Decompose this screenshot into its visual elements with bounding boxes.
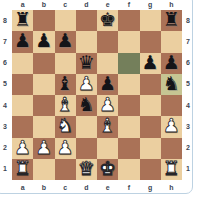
black-pawn[interactable]: ♟ xyxy=(35,31,52,50)
white-pawn[interactable]: ♟ xyxy=(78,74,95,93)
square-h1[interactable]: ♜ xyxy=(161,159,182,180)
file-label-top-e: e xyxy=(106,1,110,9)
black-rook[interactable]: ♜ xyxy=(14,10,31,29)
square-f7[interactable] xyxy=(118,31,139,52)
square-h6[interactable]: ♟ xyxy=(161,53,182,74)
rank-label-left-4: 4 xyxy=(3,102,7,110)
file-label-bottom-a: a xyxy=(21,184,25,192)
square-d7[interactable] xyxy=(76,31,97,52)
file-label-top-a: a xyxy=(21,1,25,9)
white-pawn[interactable]: ♟ xyxy=(99,95,116,114)
file-label-bottom-h: h xyxy=(169,184,173,192)
square-b3[interactable] xyxy=(33,116,54,137)
square-c1[interactable] xyxy=(55,159,76,180)
square-g8[interactable] xyxy=(140,10,161,31)
chess-widget: ♜♚♜♟♟♟♛♟♟♝♟♟♞♝♞♟♞♝♟♟♟♟♜♛♚♜ aabbccddeeffg… xyxy=(0,0,200,199)
white-pawn[interactable]: ♟ xyxy=(57,138,74,157)
square-e1[interactable]: ♚ xyxy=(97,159,118,180)
square-g3[interactable] xyxy=(140,116,161,137)
file-label-top-b: b xyxy=(42,1,46,9)
black-queen[interactable]: ♛ xyxy=(78,53,95,72)
square-e2[interactable] xyxy=(97,138,118,159)
square-g4[interactable] xyxy=(140,95,161,116)
file-label-top-g: g xyxy=(148,1,152,9)
square-d2[interactable] xyxy=(76,138,97,159)
square-b6[interactable] xyxy=(33,53,54,74)
rank-label-right-3: 3 xyxy=(186,123,190,131)
square-c8[interactable] xyxy=(55,10,76,31)
file-label-top-c: c xyxy=(63,1,67,9)
black-pawn[interactable]: ♟ xyxy=(57,31,74,50)
square-b2[interactable]: ♟ xyxy=(33,138,54,159)
rank-label-right-5: 5 xyxy=(186,80,190,88)
square-b8[interactable] xyxy=(33,10,54,31)
square-c4[interactable]: ♝ xyxy=(55,95,76,116)
white-bishop[interactable]: ♝ xyxy=(57,95,74,114)
square-h5[interactable]: ♞ xyxy=(161,74,182,95)
black-rook[interactable]: ♜ xyxy=(163,10,180,29)
square-f3[interactable] xyxy=(118,116,139,137)
white-bishop[interactable]: ♝ xyxy=(99,116,116,135)
white-pawn[interactable]: ♟ xyxy=(35,138,52,157)
square-h2[interactable] xyxy=(161,138,182,159)
white-rook[interactable]: ♜ xyxy=(163,159,180,178)
file-label-top-d: d xyxy=(84,1,88,9)
rank-label-right-1: 1 xyxy=(186,165,190,173)
rank-label-left-1: 1 xyxy=(3,165,7,173)
square-f1[interactable] xyxy=(118,159,139,180)
square-d8[interactable] xyxy=(76,10,97,31)
square-b5[interactable] xyxy=(33,74,54,95)
rank-label-left-7: 7 xyxy=(3,38,7,46)
file-label-bottom-e: e xyxy=(106,184,110,192)
square-h7[interactable] xyxy=(161,31,182,52)
rank-label-left-3: 3 xyxy=(3,123,7,131)
white-rook[interactable]: ♜ xyxy=(14,159,31,178)
file-label-top-f: f xyxy=(128,1,130,9)
black-knight[interactable]: ♞ xyxy=(78,95,95,114)
square-e3[interactable]: ♝ xyxy=(97,116,118,137)
square-a2[interactable]: ♟ xyxy=(12,138,33,159)
rank-label-left-8: 8 xyxy=(3,17,7,25)
rank-label-left-2: 2 xyxy=(3,144,7,152)
rank-label-right-4: 4 xyxy=(186,102,190,110)
black-bishop[interactable]: ♝ xyxy=(57,74,74,93)
square-g1[interactable] xyxy=(140,159,161,180)
black-pawn[interactable]: ♟ xyxy=(99,74,116,93)
white-queen[interactable]: ♛ xyxy=(78,159,95,178)
black-pawn[interactable]: ♟ xyxy=(14,31,31,50)
square-b4[interactable] xyxy=(33,95,54,116)
file-label-bottom-g: g xyxy=(148,184,152,192)
square-g5[interactable] xyxy=(140,74,161,95)
black-king[interactable]: ♚ xyxy=(99,10,116,29)
square-d6[interactable]: ♛ xyxy=(76,53,97,74)
square-f6[interactable] xyxy=(118,53,139,74)
square-g2[interactable] xyxy=(140,138,161,159)
square-h3[interactable]: ♟ xyxy=(161,116,182,137)
square-a1[interactable]: ♜ xyxy=(12,159,33,180)
square-f5[interactable] xyxy=(118,74,139,95)
square-d4[interactable]: ♞ xyxy=(76,95,97,116)
square-h8[interactable]: ♜ xyxy=(161,10,182,31)
square-g6[interactable]: ♟ xyxy=(140,53,161,74)
square-e6[interactable] xyxy=(97,53,118,74)
square-a5[interactable] xyxy=(12,74,33,95)
white-pawn[interactable]: ♟ xyxy=(163,116,180,135)
square-f8[interactable] xyxy=(118,10,139,31)
square-d3[interactable] xyxy=(76,116,97,137)
rank-label-right-7: 7 xyxy=(186,38,190,46)
square-a6[interactable] xyxy=(12,53,33,74)
square-e5[interactable]: ♟ xyxy=(97,74,118,95)
square-d1[interactable]: ♛ xyxy=(76,159,97,180)
black-knight[interactable]: ♞ xyxy=(163,74,180,93)
white-king[interactable]: ♚ xyxy=(99,159,116,178)
square-b7[interactable]: ♟ xyxy=(33,31,54,52)
square-e8[interactable]: ♚ xyxy=(97,10,118,31)
square-a4[interactable] xyxy=(12,95,33,116)
black-pawn[interactable]: ♟ xyxy=(142,53,159,72)
square-a3[interactable] xyxy=(12,116,33,137)
square-c7[interactable]: ♟ xyxy=(55,31,76,52)
square-f2[interactable] xyxy=(118,138,139,159)
rank-label-right-8: 8 xyxy=(186,17,190,25)
square-c2[interactable]: ♟ xyxy=(55,138,76,159)
file-label-bottom-f: f xyxy=(128,184,130,192)
chess-board: ♜♚♜♟♟♟♛♟♟♝♟♟♞♝♞♟♞♝♟♟♟♟♜♛♚♜ xyxy=(12,10,182,180)
white-pawn[interactable]: ♟ xyxy=(14,138,31,157)
square-c5[interactable]: ♝ xyxy=(55,74,76,95)
square-h4[interactable] xyxy=(161,95,182,116)
square-a7[interactable]: ♟ xyxy=(12,31,33,52)
file-label-top-h: h xyxy=(169,1,173,9)
square-e7[interactable] xyxy=(97,31,118,52)
square-d5[interactable]: ♟ xyxy=(76,74,97,95)
file-label-bottom-d: d xyxy=(84,184,88,192)
rank-label-left-6: 6 xyxy=(3,59,7,67)
square-g7[interactable] xyxy=(140,31,161,52)
rank-label-right-2: 2 xyxy=(186,144,190,152)
square-e4[interactable]: ♟ xyxy=(97,95,118,116)
square-f4[interactable] xyxy=(118,95,139,116)
square-c3[interactable]: ♞ xyxy=(55,116,76,137)
white-knight[interactable]: ♞ xyxy=(57,116,74,135)
file-label-bottom-c: c xyxy=(63,184,67,192)
square-b1[interactable] xyxy=(33,159,54,180)
file-label-bottom-b: b xyxy=(42,184,46,192)
rank-label-left-5: 5 xyxy=(3,80,7,88)
square-a8[interactable]: ♜ xyxy=(12,10,33,31)
rank-label-right-6: 6 xyxy=(186,59,190,67)
square-c6[interactable] xyxy=(55,53,76,74)
black-pawn[interactable]: ♟ xyxy=(163,53,180,72)
